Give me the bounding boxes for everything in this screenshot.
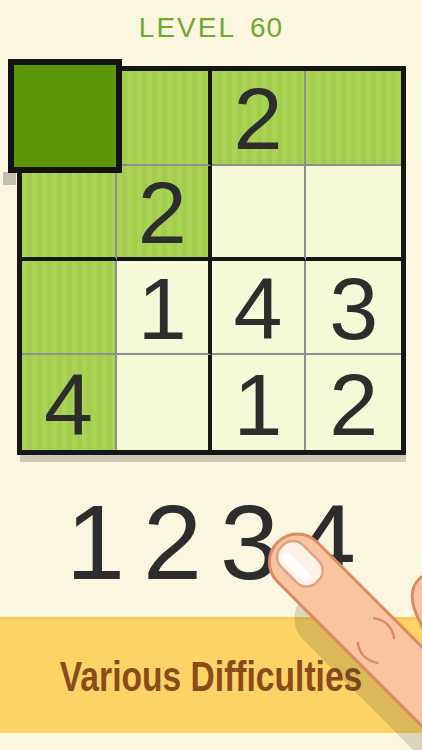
banner-text: Various Difficulties (60, 653, 362, 701)
board-cell-r1c3[interactable]: 2 (212, 71, 307, 166)
board-cell-r3c1[interactable] (22, 261, 117, 356)
number-pad: 1234 (0, 489, 422, 595)
level-label: LEVEL (139, 12, 236, 43)
board-cell-r1c2[interactable] (117, 71, 212, 166)
numpad-digit-2[interactable]: 2 (143, 489, 202, 595)
level-number: 60 (250, 12, 283, 43)
selected-cell[interactable] (8, 59, 122, 173)
selected-cell-shadow (3, 172, 16, 185)
board-cell-r4c4[interactable]: 2 (306, 355, 401, 450)
board-cell-r3c2[interactable]: 1 (117, 261, 212, 356)
app-screen: LEVEL60 22143412 1234 Various Difficulti… (0, 0, 422, 750)
board-cell-r2c1[interactable] (22, 166, 117, 261)
board-cell-r2c4[interactable] (306, 166, 401, 261)
board-cell-r4c3[interactable]: 1 (212, 355, 307, 450)
board-cell-r2c3[interactable] (212, 166, 307, 261)
board-cell-r4c2[interactable] (117, 355, 212, 450)
board-cell-r3c3[interactable]: 4 (212, 261, 307, 356)
board-cell-r1c4[interactable] (306, 71, 401, 166)
numpad-digit-3[interactable]: 3 (220, 489, 279, 595)
board-drop-shadow (20, 454, 406, 462)
board-cell-r4c1[interactable]: 4 (22, 355, 117, 450)
numpad-digit-4[interactable]: 4 (297, 489, 356, 595)
board-cell-r3c4[interactable]: 3 (306, 261, 401, 356)
promo-banner: Various Difficulties (0, 617, 422, 733)
board-cell-r2c2[interactable]: 2 (117, 166, 212, 261)
level-header: LEVEL60 (0, 12, 422, 44)
numpad-digit-1[interactable]: 1 (66, 489, 125, 595)
